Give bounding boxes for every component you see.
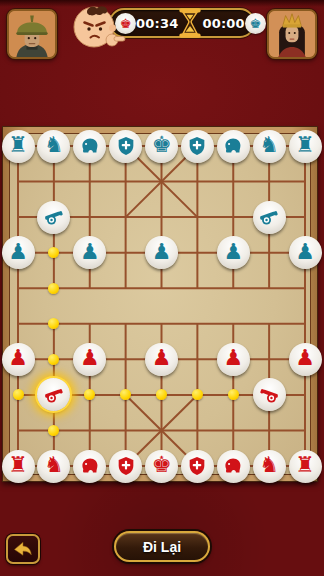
left-player-time: 00:34: [136, 16, 178, 31]
piece-red-pawn[interactable]: ♟: [145, 343, 178, 376]
piece-teal-advisor[interactable]: [181, 130, 214, 163]
piece-teal-rook[interactable]: ♜: [289, 130, 322, 163]
piece-red-elephant[interactable]: [217, 450, 250, 483]
piece-red-elephant[interactable]: [73, 450, 106, 483]
piece-red-knight[interactable]: ♞: [253, 450, 286, 483]
piece-teal-knight[interactable]: ♞: [37, 130, 70, 163]
general-portrait-image: [9, 11, 55, 57]
piece-teal-cannon[interactable]: [253, 201, 286, 234]
right-player-avatar[interactable]: [267, 9, 317, 59]
back-button[interactable]: [6, 534, 40, 564]
piece-red-knight[interactable]: ♞: [37, 450, 70, 483]
piece-teal-elephant[interactable]: [217, 130, 250, 163]
queen-portrait-image: [269, 11, 315, 57]
piece-red-pawn[interactable]: ♟: [73, 343, 106, 376]
undo-button-label: Đi Lại: [143, 539, 181, 555]
game-timer-bar: ♚ 00:34 00:00 ♚: [109, 8, 255, 38]
xiangqi-game-screen: ♚ 00:34 00:00 ♚: [0, 0, 324, 576]
piece-red-rook[interactable]: ♜: [289, 450, 322, 483]
piece-teal-knight[interactable]: ♞: [253, 130, 286, 163]
piece-red-advisor[interactable]: [109, 450, 142, 483]
back-arrow-icon: [12, 540, 34, 558]
piece-teal-cannon[interactable]: [37, 201, 70, 234]
angry-pointing-face-emote: [68, 2, 126, 52]
piece-red-pawn[interactable]: ♟: [217, 343, 250, 376]
piece-teal-rook[interactable]: ♜: [2, 130, 35, 163]
piece-teal-advisor[interactable]: [109, 130, 142, 163]
piece-teal-pawn[interactable]: ♟: [289, 236, 322, 269]
piece-teal-pawn[interactable]: ♟: [145, 236, 178, 269]
piece-red-pawn[interactable]: ♟: [2, 343, 35, 376]
piece-red-rook[interactable]: ♜: [2, 450, 35, 483]
left-player-avatar[interactable]: [7, 9, 57, 59]
piece-red-cannon[interactable]: [253, 378, 286, 411]
hourglass-icon: [178, 7, 202, 39]
right-player-time: 00:00: [202, 16, 244, 31]
piece-red-advisor[interactable]: [181, 450, 214, 483]
piece-red-king[interactable]: ♚: [145, 450, 178, 483]
piece-teal-pawn[interactable]: ♟: [217, 236, 250, 269]
piece-teal-king[interactable]: ♚: [145, 130, 178, 163]
piece-teal-pawn[interactable]: ♟: [2, 236, 35, 269]
undo-button[interactable]: Đi Lại: [114, 531, 210, 562]
move-hint-dot[interactable]: [13, 389, 24, 400]
teal-king-icon: ♚: [245, 13, 266, 34]
piece-teal-elephant[interactable]: [73, 130, 106, 163]
piece-red-pawn[interactable]: ♟: [289, 343, 322, 376]
